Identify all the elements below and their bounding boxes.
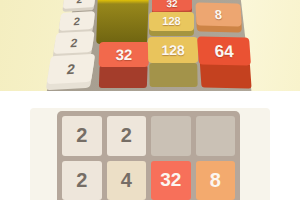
tile-3d-128-col3-back: 128 — [149, 12, 194, 31]
tile-3d-64-col4: 64 — [197, 37, 251, 66]
tile-3d-8-col4: 8 — [195, 2, 241, 26]
tile-3d-128-col3-front: 128 — [148, 37, 198, 63]
tile-3d-2-col1-row2: 2 — [53, 31, 95, 54]
tile-3d-32-col2: 32 — [99, 42, 150, 67]
cell-r1c0: 2 — [62, 161, 102, 201]
cell-r1c3: 8 — [196, 161, 236, 201]
cell-r1c1: 4 — [107, 161, 147, 201]
cell-r0c0: 2 — [62, 116, 102, 156]
screen: 2 2 2 2 32 32 128 128 8 64 2 2 2 4 32 8 — [0, 0, 300, 200]
cell-r0c3 — [196, 116, 236, 156]
game-card: 2 2 2 4 32 8 — [30, 108, 270, 200]
cell-r1c2: 32 — [151, 161, 191, 201]
board-3d-section: 2 2 2 2 32 32 128 128 8 64 — [0, 0, 300, 91]
tile-3d-2-col1-row3: 2 — [47, 54, 96, 84]
cell-r0c1: 2 — [107, 116, 147, 156]
board-2d-section: 2 2 2 4 32 8 — [0, 91, 300, 200]
tile-3d-32-col3: 32 — [152, 0, 192, 12]
cell-r0c2 — [151, 116, 191, 156]
board-2d[interactable]: 2 2 2 4 32 8 — [57, 111, 240, 200]
tile-3d-2-col1-row1: 2 — [59, 11, 96, 31]
tile-3d-tall-col2 — [96, 0, 149, 44]
